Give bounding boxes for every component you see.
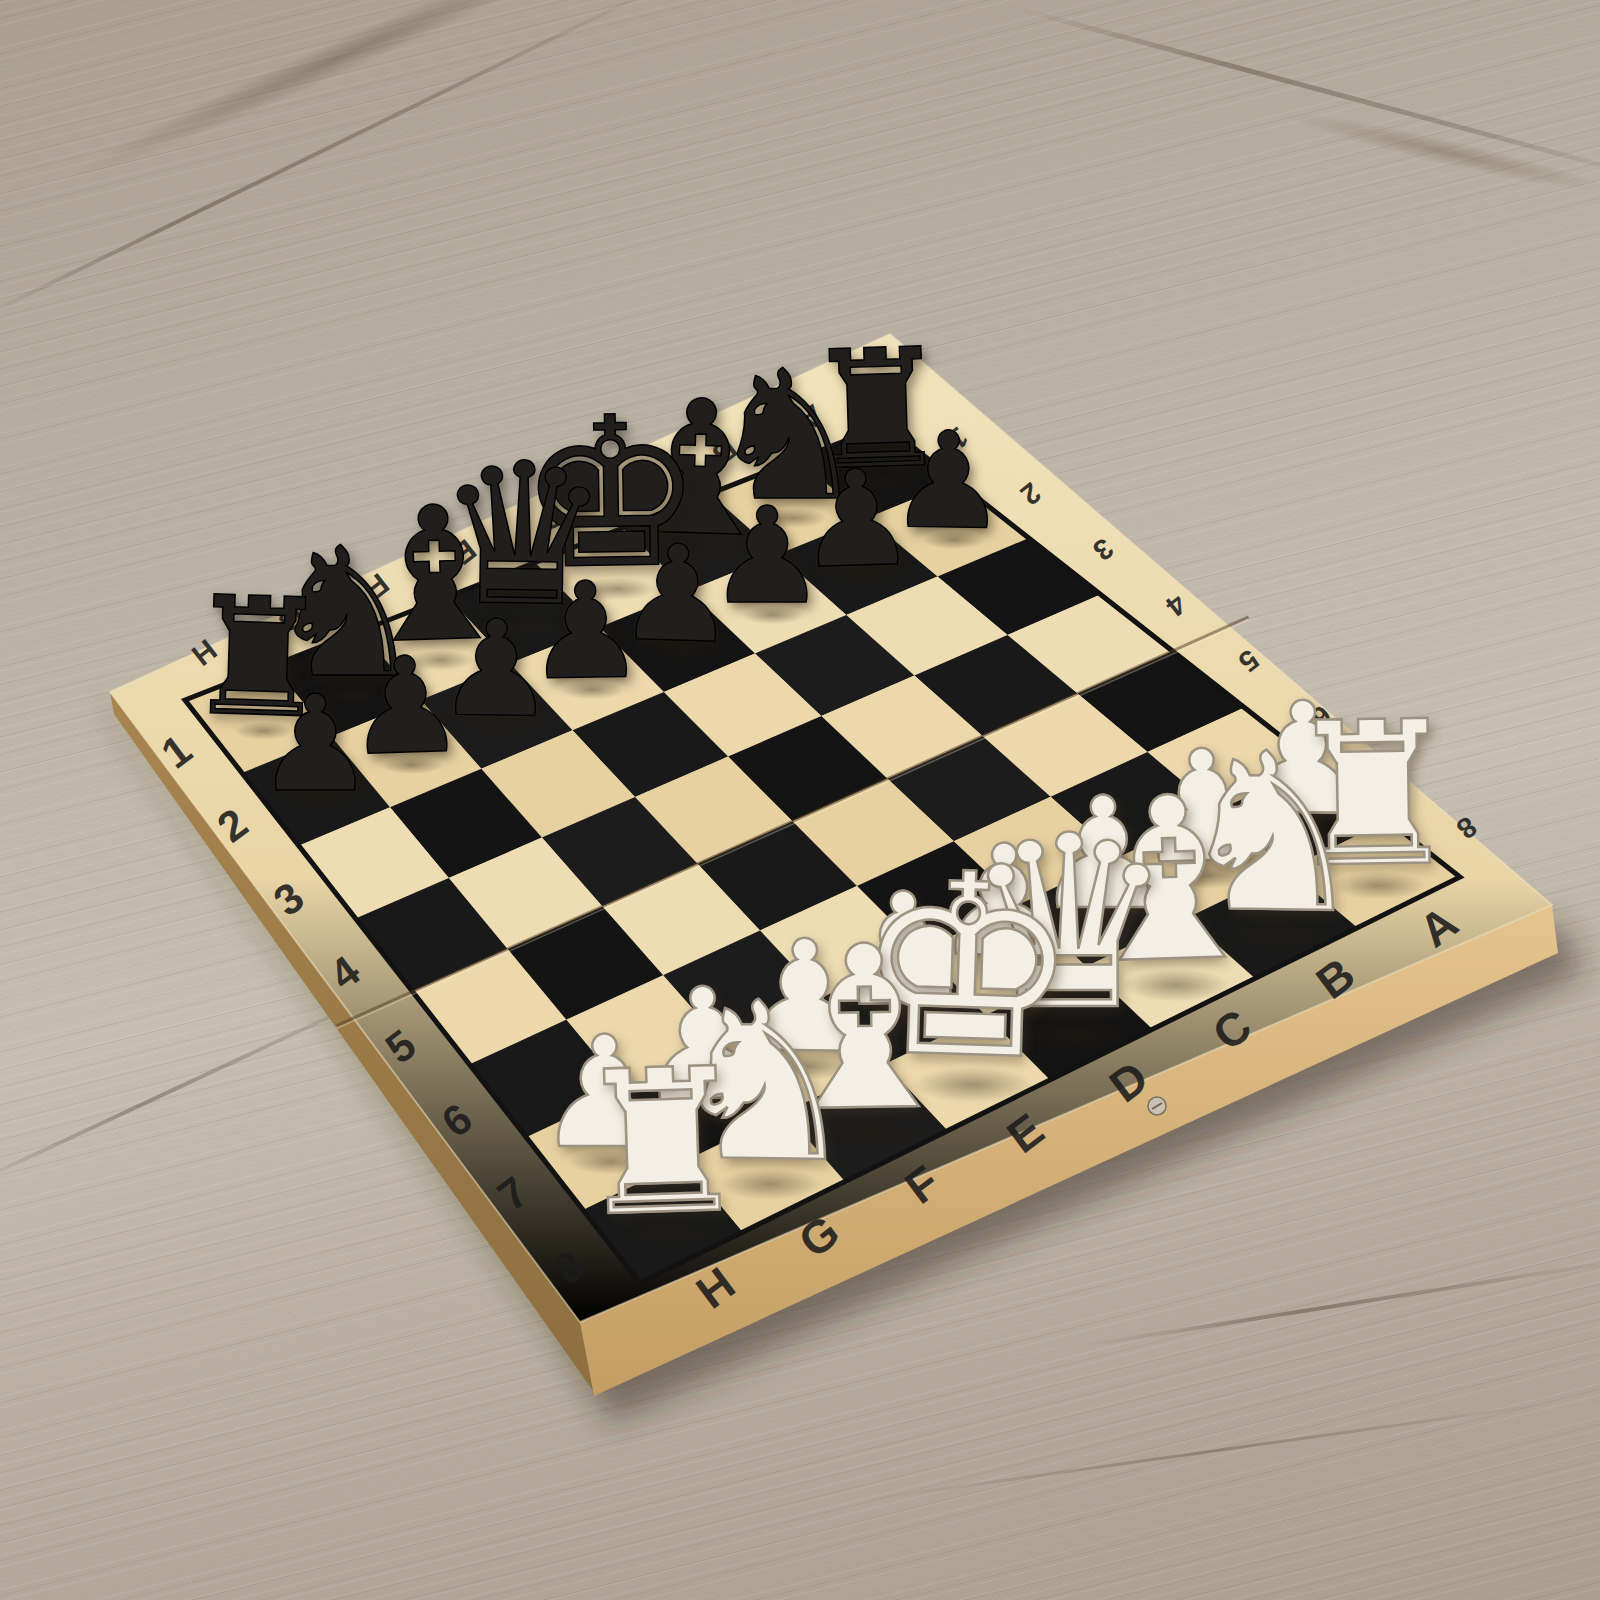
piece-black-pawn[interactable]: ♟ — [256, 678, 375, 811]
piece-white-rook[interactable]: ♜ — [571, 1041, 755, 1244]
